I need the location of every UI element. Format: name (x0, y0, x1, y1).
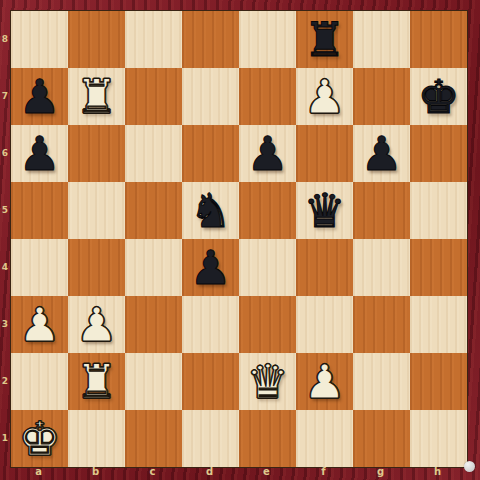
square-c7[interactable] (125, 68, 182, 125)
rank-label-4: 4 (0, 238, 10, 295)
square-c1[interactable] (125, 410, 182, 467)
black-queen[interactable]: ♛ (303, 182, 345, 239)
rank-label-5: 5 (0, 181, 10, 238)
rank-label-3: 3 (0, 295, 10, 352)
square-a1[interactable]: ♚ (11, 410, 68, 467)
square-b8[interactable] (68, 11, 125, 68)
square-f2[interactable]: ♟ (296, 353, 353, 410)
square-d2[interactable] (182, 353, 239, 410)
black-rook[interactable]: ♜ (303, 11, 345, 68)
white-pawn[interactable]: ♟ (303, 68, 345, 125)
square-e3[interactable] (239, 296, 296, 353)
square-e6[interactable]: ♟ (239, 125, 296, 182)
file-label-h: h (409, 464, 466, 479)
white-rook[interactable]: ♜ (75, 68, 117, 125)
square-g2[interactable] (353, 353, 410, 410)
square-d4[interactable]: ♟ (182, 239, 239, 296)
square-c6[interactable] (125, 125, 182, 182)
square-d8[interactable] (182, 11, 239, 68)
rank-label-6: 6 (0, 124, 10, 181)
white-rook[interactable]: ♜ (75, 353, 117, 410)
square-d7[interactable] (182, 68, 239, 125)
square-g3[interactable] (353, 296, 410, 353)
black-pawn[interactable]: ♟ (360, 125, 402, 182)
square-e8[interactable] (239, 11, 296, 68)
square-a3[interactable]: ♟ (11, 296, 68, 353)
square-e7[interactable] (239, 68, 296, 125)
square-f1[interactable] (296, 410, 353, 467)
rank-label-7: 7 (0, 67, 10, 124)
square-c3[interactable] (125, 296, 182, 353)
square-g8[interactable] (353, 11, 410, 68)
square-b2[interactable]: ♜ (68, 353, 125, 410)
white-pawn[interactable]: ♟ (303, 353, 345, 410)
square-h5[interactable] (410, 182, 467, 239)
square-f8[interactable]: ♜ (296, 11, 353, 68)
square-h1[interactable] (410, 410, 467, 467)
square-g7[interactable] (353, 68, 410, 125)
black-pawn[interactable]: ♟ (246, 125, 288, 182)
white-pawn[interactable]: ♟ (18, 296, 60, 353)
square-f4[interactable] (296, 239, 353, 296)
square-b1[interactable] (68, 410, 125, 467)
square-h6[interactable] (410, 125, 467, 182)
white-pawn[interactable]: ♟ (75, 296, 117, 353)
square-b3[interactable]: ♟ (68, 296, 125, 353)
square-c4[interactable] (125, 239, 182, 296)
rank-labels: 87654321 (0, 10, 10, 466)
file-label-f: f (295, 464, 352, 479)
square-a6[interactable]: ♟ (11, 125, 68, 182)
square-d6[interactable] (182, 125, 239, 182)
square-c5[interactable] (125, 182, 182, 239)
square-b5[interactable] (68, 182, 125, 239)
square-c8[interactable] (125, 11, 182, 68)
square-a2[interactable] (11, 353, 68, 410)
square-d3[interactable] (182, 296, 239, 353)
file-label-a: a (10, 464, 67, 479)
square-d5[interactable]: ♞ (182, 182, 239, 239)
square-d1[interactable] (182, 410, 239, 467)
rank-label-8: 8 (0, 10, 10, 67)
square-a7[interactable]: ♟ (11, 68, 68, 125)
square-f5[interactable]: ♛ (296, 182, 353, 239)
square-g4[interactable] (353, 239, 410, 296)
file-label-c: c (124, 464, 181, 479)
square-a5[interactable] (11, 182, 68, 239)
square-f3[interactable] (296, 296, 353, 353)
square-h7[interactable]: ♚ (410, 68, 467, 125)
chessboard-frame: 87654321 ♜♟♜♟♚♟♟♟♞♛♟♟♟♜♛♟♚ abcdefgh (0, 0, 480, 480)
square-e5[interactable] (239, 182, 296, 239)
square-g1[interactable] (353, 410, 410, 467)
white-to-move-indicator (464, 461, 475, 472)
square-h8[interactable] (410, 11, 467, 68)
square-e4[interactable] (239, 239, 296, 296)
square-g6[interactable]: ♟ (353, 125, 410, 182)
square-h2[interactable] (410, 353, 467, 410)
square-f6[interactable] (296, 125, 353, 182)
square-g5[interactable] (353, 182, 410, 239)
square-h4[interactable] (410, 239, 467, 296)
file-label-e: e (238, 464, 295, 479)
file-labels: abcdefgh (10, 464, 466, 479)
file-label-d: d (181, 464, 238, 479)
rank-label-1: 1 (0, 409, 10, 466)
square-a4[interactable] (11, 239, 68, 296)
black-pawn[interactable]: ♟ (18, 125, 60, 182)
square-a8[interactable] (11, 11, 68, 68)
square-b6[interactable] (68, 125, 125, 182)
square-b7[interactable]: ♜ (68, 68, 125, 125)
square-c2[interactable] (125, 353, 182, 410)
chess-board: ♜♟♜♟♚♟♟♟♞♛♟♟♟♜♛♟♚ (10, 10, 468, 468)
black-knight[interactable]: ♞ (189, 182, 231, 239)
square-b4[interactable] (68, 239, 125, 296)
rank-label-2: 2 (0, 352, 10, 409)
white-queen[interactable]: ♛ (246, 353, 288, 410)
square-e1[interactable] (239, 410, 296, 467)
square-f7[interactable]: ♟ (296, 68, 353, 125)
black-king[interactable]: ♚ (417, 68, 459, 125)
black-pawn[interactable]: ♟ (18, 68, 60, 125)
file-label-g: g (352, 464, 409, 479)
black-pawn[interactable]: ♟ (189, 239, 231, 296)
square-h3[interactable] (410, 296, 467, 353)
square-e2[interactable]: ♛ (239, 353, 296, 410)
file-label-b: b (67, 464, 124, 479)
white-king[interactable]: ♚ (18, 410, 60, 467)
